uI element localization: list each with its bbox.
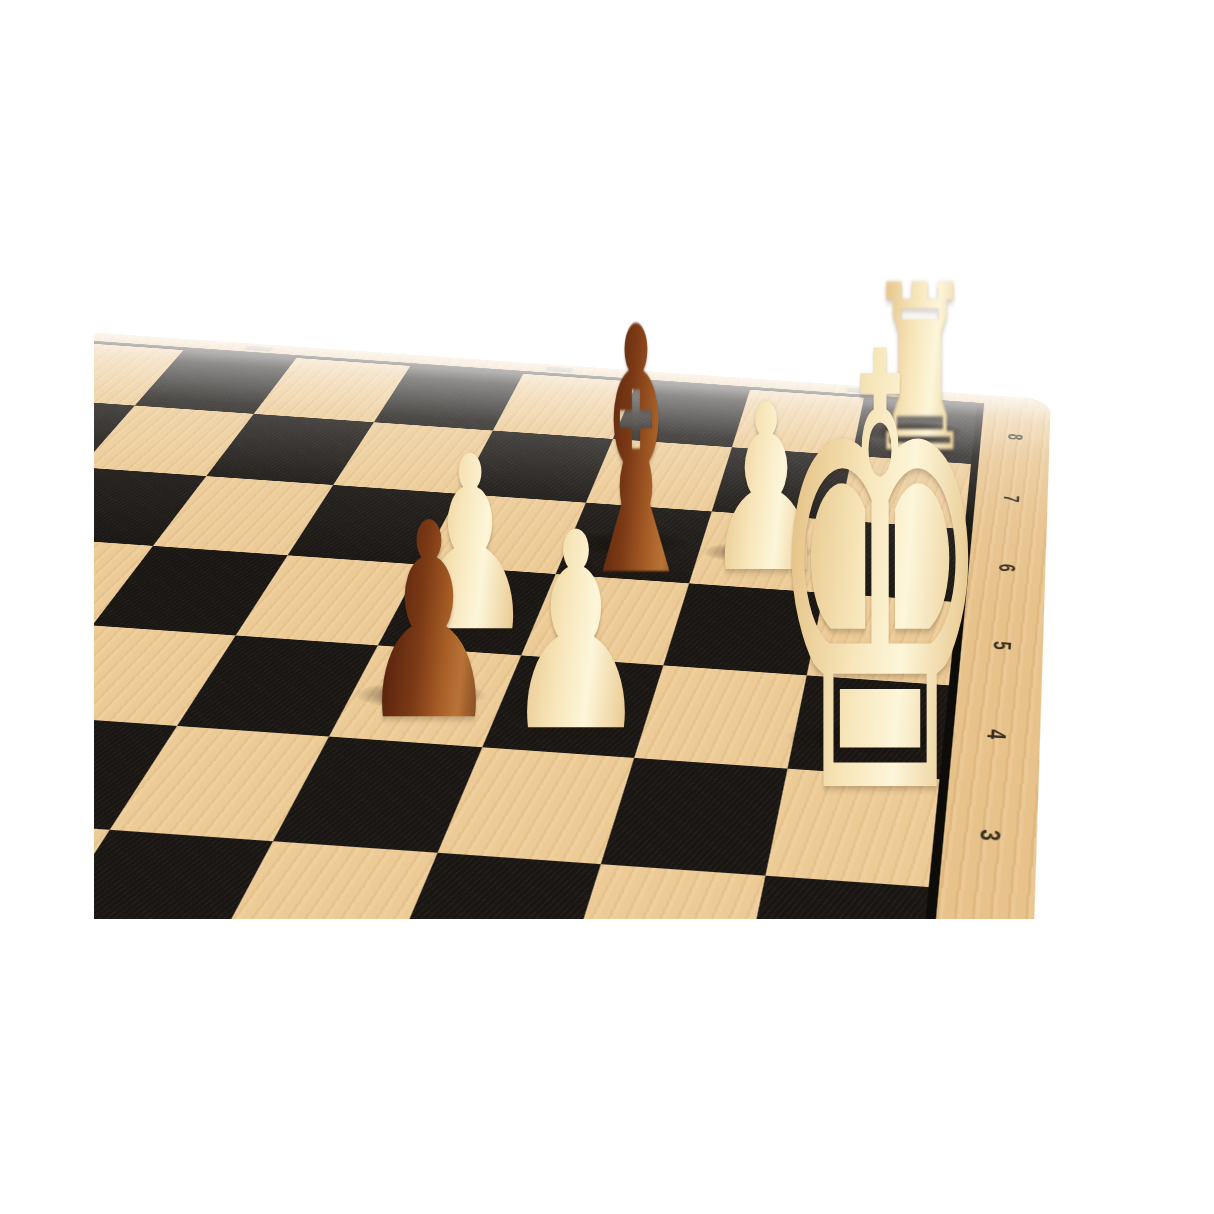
dark-pawn-glyph: ♟: [359, 488, 499, 758]
piece-dark-pawn-e4[interactable]: ♟: [359, 488, 499, 758]
light-king-glyph: ♚: [767, 279, 993, 879]
piece-light-pawn-f4[interactable]: ♟: [503, 497, 649, 769]
piece-light-king-h4[interactable]: ♚: [767, 279, 993, 879]
light-pawn-glyph: ♟: [503, 497, 649, 769]
product-photo-canvas: 87654321 ♜♝♟♟♟♟♚: [0, 0, 1214, 1214]
